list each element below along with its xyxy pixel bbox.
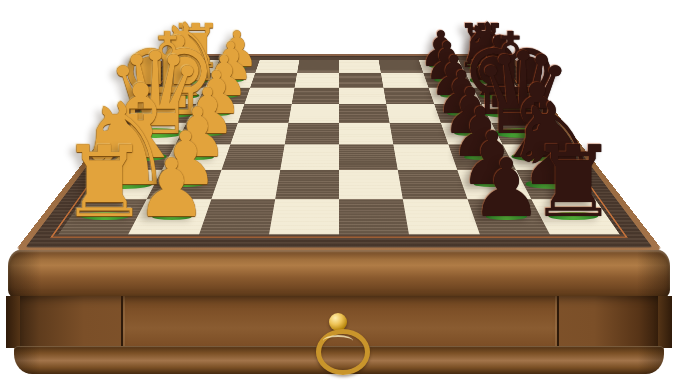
square-a6[interactable]: [403, 199, 479, 234]
square-a5[interactable]: [339, 199, 409, 234]
square-f6[interactable]: [384, 87, 434, 104]
square-b6[interactable]: [398, 170, 467, 200]
square-c3[interactable]: [221, 145, 284, 170]
square-b5[interactable]: [339, 170, 403, 200]
square-h4[interactable]: [297, 60, 339, 73]
cabinet-top-molding: [8, 250, 670, 298]
square-g2[interactable]: [205, 73, 255, 88]
square-h5[interactable]: [339, 60, 381, 73]
chess-board: [14, 54, 664, 252]
square-d4[interactable]: [284, 123, 339, 145]
square-c2[interactable]: [162, 145, 230, 170]
square-g3[interactable]: [250, 73, 297, 88]
square-e2[interactable]: [187, 104, 244, 123]
brass-ring-icon[interactable]: [316, 329, 370, 375]
cabinet-right-side: [656, 296, 672, 348]
square-f4[interactable]: [292, 87, 339, 104]
square-a4[interactable]: [269, 199, 339, 234]
square-a3[interactable]: [199, 199, 275, 234]
square-e4[interactable]: [288, 104, 339, 123]
square-h2[interactable]: [213, 60, 260, 73]
square-h6[interactable]: [379, 60, 423, 73]
square-g4[interactable]: [294, 73, 339, 88]
square-h8[interactable]: [458, 60, 507, 73]
square-f3[interactable]: [244, 87, 294, 104]
square-f2[interactable]: [197, 87, 250, 104]
square-d2[interactable]: [175, 123, 237, 145]
square-c4[interactable]: [280, 145, 339, 170]
square-f5[interactable]: [339, 87, 386, 104]
square-d6[interactable]: [390, 123, 448, 145]
square-g6[interactable]: [381, 73, 428, 88]
square-c5[interactable]: [339, 145, 398, 170]
square-e3[interactable]: [238, 104, 292, 123]
square-b4[interactable]: [275, 170, 339, 200]
square-d5[interactable]: [339, 123, 394, 145]
square-e5[interactable]: [339, 104, 390, 123]
square-h7[interactable]: [418, 60, 465, 73]
square-e6[interactable]: [386, 104, 440, 123]
square-d3[interactable]: [230, 123, 288, 145]
square-b3[interactable]: [211, 170, 280, 200]
square-c6[interactable]: [394, 145, 457, 170]
square-h3[interactable]: [255, 60, 299, 73]
square-g5[interactable]: [339, 73, 384, 88]
chess-set-scene: ♜♞♝♛♚♝♞♜♟♟♟♟♟♟♟♟♟♟♟♟♟♟♟♟♜♞♝♛♚♝♞♜: [0, 0, 678, 390]
